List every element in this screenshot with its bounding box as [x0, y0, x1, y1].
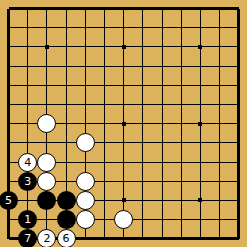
- board-intersection: [172, 133, 191, 152]
- board-intersection: [210, 18, 229, 37]
- board-intersection: [114, 56, 133, 75]
- board-intersection: [152, 152, 171, 171]
- board-intersection: [229, 210, 247, 229]
- board-intersection: [191, 210, 210, 229]
- board-intersection: [229, 56, 247, 75]
- board-intersection: [172, 229, 191, 247]
- move-number-label: 1: [24, 214, 31, 225]
- board-intersection: [191, 229, 210, 247]
- black-stone: [57, 210, 76, 229]
- board-intersection: [95, 191, 114, 210]
- board-intersection: [210, 37, 229, 56]
- board-intersection: [229, 18, 247, 37]
- board-intersection: [95, 210, 114, 229]
- board-intersection: [210, 210, 229, 229]
- board-intersection: [133, 210, 152, 229]
- board-intersection: [191, 76, 210, 95]
- board-intersection: [18, 0, 37, 18]
- white-stone: 4: [18, 153, 37, 172]
- board-intersection: [191, 114, 210, 133]
- move-number-label: 2: [43, 233, 50, 244]
- board-intersection: [76, 0, 95, 18]
- board-intersection: [0, 18, 18, 37]
- board-intersection: [114, 172, 133, 191]
- white-stone: [76, 133, 95, 152]
- board-intersection: [172, 76, 191, 95]
- board-intersection: [95, 0, 114, 18]
- board-intersection: [172, 56, 191, 75]
- board-intersection: [172, 172, 191, 191]
- black-stone: 5: [0, 191, 18, 210]
- board-intersection: [56, 37, 75, 56]
- board-intersection: [95, 152, 114, 171]
- board-intersection: [37, 191, 56, 210]
- board-intersection: [210, 152, 229, 171]
- board-intersection: [56, 76, 75, 95]
- board-intersection: [18, 114, 37, 133]
- board-intersection: [210, 56, 229, 75]
- white-stone: [76, 210, 95, 229]
- board-intersection: 5: [0, 191, 18, 210]
- board-intersection: [210, 172, 229, 191]
- board-intersection: [229, 191, 247, 210]
- board-intersection: [152, 191, 171, 210]
- move-number-label: 7: [24, 233, 31, 244]
- board-intersection: 7: [18, 229, 37, 247]
- board-intersection: [133, 152, 152, 171]
- board-intersection: [191, 37, 210, 56]
- board-intersection: [18, 133, 37, 152]
- board-intersection: [229, 229, 247, 247]
- board-intersection: [37, 210, 56, 229]
- board-intersection: [0, 95, 18, 114]
- board-intersection: [152, 76, 171, 95]
- board-intersection: [191, 18, 210, 37]
- board-intersection: [152, 172, 171, 191]
- board-intersection: [37, 56, 56, 75]
- board-intersection: [114, 191, 133, 210]
- board-intersection: [172, 114, 191, 133]
- board-intersection: [229, 0, 247, 18]
- board-intersection: [172, 0, 191, 18]
- board-intersection: [37, 152, 56, 171]
- board-intersection: [37, 172, 56, 191]
- board-intersection: [210, 191, 229, 210]
- board-intersection: [0, 133, 18, 152]
- board-intersection: [56, 152, 75, 171]
- board-intersection: [133, 37, 152, 56]
- black-stone: 7: [18, 229, 37, 247]
- board-intersection: [210, 76, 229, 95]
- board-intersection: [95, 37, 114, 56]
- board-intersection: 4: [18, 152, 37, 171]
- board-intersection: [0, 56, 18, 75]
- board-intersection: [133, 229, 152, 247]
- board-intersection: [95, 229, 114, 247]
- board-intersection: 2: [37, 229, 56, 247]
- board-intersection: [152, 210, 171, 229]
- board-intersection: [0, 0, 18, 18]
- move-number-label: 6: [63, 233, 70, 244]
- board-intersection: [191, 95, 210, 114]
- board-intersection: [114, 229, 133, 247]
- board-intersection: [18, 191, 37, 210]
- board-intersection: [37, 133, 56, 152]
- board-intersection: [133, 76, 152, 95]
- board-intersection: [210, 0, 229, 18]
- board-intersection: [37, 76, 56, 95]
- board-intersection: [191, 152, 210, 171]
- board-intersection: [114, 0, 133, 18]
- board-intersection: [114, 152, 133, 171]
- white-stone: [37, 114, 56, 133]
- board-intersection: [114, 133, 133, 152]
- hoshi-star-point: [122, 198, 126, 202]
- board-intersection: [133, 133, 152, 152]
- black-stone: 3: [18, 172, 37, 191]
- board-intersection: [191, 172, 210, 191]
- black-stone: [37, 191, 56, 210]
- board-intersection: [37, 114, 56, 133]
- board-intersection: [229, 133, 247, 152]
- board-intersection: [95, 95, 114, 114]
- board-intersection: [76, 210, 95, 229]
- board-intersection: [76, 76, 95, 95]
- board-intersection: [229, 95, 247, 114]
- move-number-label: 3: [24, 176, 31, 187]
- board-intersection: [95, 76, 114, 95]
- board-intersection: [0, 210, 18, 229]
- board-intersection: [172, 37, 191, 56]
- board-intersection: [133, 191, 152, 210]
- white-stone: 2: [37, 229, 56, 247]
- board-intersection: [18, 56, 37, 75]
- board-intersection: [18, 76, 37, 95]
- white-stone: [37, 153, 56, 172]
- board-intersection: [76, 152, 95, 171]
- hoshi-star-point: [198, 122, 202, 126]
- board-intersection: [76, 229, 95, 247]
- black-stone: [57, 191, 76, 210]
- board-intersection: [152, 229, 171, 247]
- board-intersection: [133, 18, 152, 37]
- board-intersection: [76, 37, 95, 56]
- white-stone: 6: [57, 229, 76, 247]
- board-intersection: [133, 95, 152, 114]
- board-intersection: [133, 0, 152, 18]
- board-intersection: [76, 133, 95, 152]
- board-intersection: [210, 229, 229, 247]
- board-intersection: [18, 95, 37, 114]
- board-intersection: [18, 18, 37, 37]
- board-intersection: [114, 18, 133, 37]
- go-board: 4351726: [0, 0, 247, 247]
- board-intersection: 1: [18, 210, 37, 229]
- white-stone: [114, 210, 133, 229]
- board-intersection: [95, 172, 114, 191]
- board-intersection: [0, 76, 18, 95]
- board-intersection: 3: [18, 172, 37, 191]
- board-intersection: [95, 18, 114, 37]
- board-intersection: [56, 114, 75, 133]
- board-intersection: [229, 76, 247, 95]
- board-intersection: [56, 133, 75, 152]
- board-intersection: [191, 133, 210, 152]
- board-intersection: [114, 37, 133, 56]
- board-intersection: [152, 114, 171, 133]
- board-intersection: [76, 191, 95, 210]
- board-intersection: [56, 95, 75, 114]
- hoshi-star-point: [122, 122, 126, 126]
- board-intersection: [95, 133, 114, 152]
- board-intersection: [114, 95, 133, 114]
- move-number-label: 5: [5, 195, 12, 206]
- black-stone: 1: [18, 210, 37, 229]
- board-intersection: [172, 191, 191, 210]
- board-intersection: [76, 172, 95, 191]
- board-intersection: [229, 37, 247, 56]
- board-intersection: [114, 76, 133, 95]
- board-intersection: [133, 114, 152, 133]
- board-intersection: [191, 191, 210, 210]
- board-intersection: [0, 229, 18, 247]
- board-intersection: [229, 114, 247, 133]
- board-intersection: [76, 114, 95, 133]
- board-intersection: [133, 172, 152, 191]
- board-intersection: [76, 56, 95, 75]
- board-intersection: [37, 18, 56, 37]
- board-intersection: [172, 152, 191, 171]
- board-intersection: [152, 133, 171, 152]
- board-intersection: [191, 56, 210, 75]
- board-intersection: [172, 210, 191, 229]
- hoshi-star-point: [122, 45, 126, 49]
- board-intersection: [95, 56, 114, 75]
- board-intersection: [229, 172, 247, 191]
- board-intersection: [56, 0, 75, 18]
- board-intersection: [152, 0, 171, 18]
- board-intersection: [56, 56, 75, 75]
- board-intersection: [76, 18, 95, 37]
- board-intersection: [37, 95, 56, 114]
- board-intersection: [0, 172, 18, 191]
- board-intersection: [210, 133, 229, 152]
- board-intersection: [95, 114, 114, 133]
- board-intersection: [76, 95, 95, 114]
- hoshi-star-point: [45, 45, 49, 49]
- go-board-diagram: 4351726: [0, 0, 247, 247]
- board-intersection: [56, 210, 75, 229]
- board-intersection: [18, 37, 37, 56]
- board-intersection: [114, 114, 133, 133]
- board-intersection: [152, 56, 171, 75]
- board-intersection: [0, 114, 18, 133]
- white-stone: [76, 172, 95, 191]
- board-intersection: [0, 152, 18, 171]
- move-number-label: 4: [24, 157, 31, 168]
- board-intersection: [152, 18, 171, 37]
- white-stone: [37, 172, 56, 191]
- board-intersection: [152, 95, 171, 114]
- hoshi-star-point: [198, 45, 202, 49]
- board-intersection: [152, 37, 171, 56]
- board-intersection: 6: [56, 229, 75, 247]
- board-intersection: [37, 37, 56, 56]
- board-intersection: [172, 18, 191, 37]
- hoshi-star-point: [198, 198, 202, 202]
- white-stone: [76, 191, 95, 210]
- board-intersection: [133, 56, 152, 75]
- board-intersection: [0, 37, 18, 56]
- board-intersection: [172, 95, 191, 114]
- board-intersection: [114, 210, 133, 229]
- board-intersection: [37, 0, 56, 18]
- board-intersection: [56, 172, 75, 191]
- board-intersection: [56, 191, 75, 210]
- board-intersection: [229, 152, 247, 171]
- board-intersection: [210, 114, 229, 133]
- board-intersection: [191, 0, 210, 18]
- board-intersection: [56, 18, 75, 37]
- board-intersection: [210, 95, 229, 114]
